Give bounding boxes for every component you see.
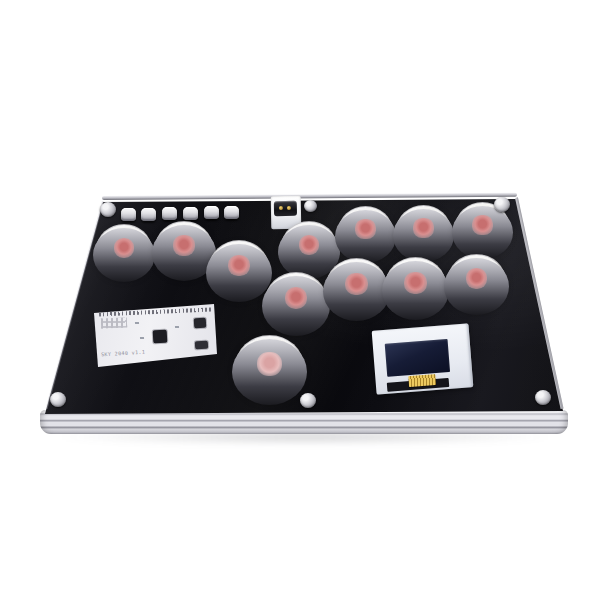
action-button-6 (326, 258, 387, 315)
button-up-jump (235, 335, 304, 399)
action-button-8 (447, 254, 506, 309)
function-button-5 (204, 206, 219, 219)
button-move-down (155, 221, 213, 275)
screw-top-center (304, 200, 317, 212)
pcb-passive-component (140, 337, 144, 339)
screw-bottom-center (300, 393, 316, 408)
action-button-7 (385, 257, 446, 314)
function-button-3 (162, 207, 177, 220)
usb-connector (274, 201, 297, 216)
screw-bottom-left (50, 392, 66, 407)
function-button-1 (121, 208, 136, 221)
usb-pin-left (279, 206, 283, 210)
pcb-passive-component (175, 326, 179, 328)
function-button-4 (183, 207, 198, 220)
oled-screen (385, 339, 450, 377)
action-button-3 (396, 205, 451, 256)
plate-top-edge (102, 193, 517, 200)
pcb-pad-grid (101, 317, 127, 328)
action-button-1 (281, 221, 337, 273)
pcb-regulator-chip (195, 341, 208, 350)
button-move-right (209, 240, 269, 296)
product-photo: SKY 2040 v1.1 (0, 0, 600, 600)
action-button-5 (265, 272, 327, 330)
function-button-2 (141, 208, 156, 221)
screw-top-left (100, 202, 116, 217)
pcb-label: SKY 2040 v1.1 (101, 349, 146, 358)
pcb-flash-chip (194, 318, 207, 329)
pcb-passive-component (135, 322, 139, 324)
acrylic-case-side (40, 410, 568, 434)
button-move-left (96, 224, 152, 276)
function-button-6 (224, 206, 239, 219)
action-button-2 (338, 206, 393, 257)
oled-flex-connector (408, 374, 436, 387)
pcb-mcu-chip (153, 330, 168, 344)
screw-top-right (494, 197, 510, 212)
screw-bottom-right (535, 390, 551, 405)
usb-pin-right (287, 206, 291, 210)
oled-module (372, 323, 474, 394)
